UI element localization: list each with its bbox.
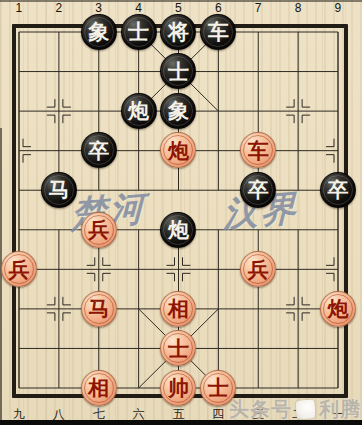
piece-black-general[interactable]: 将 [160, 14, 196, 50]
board-cell[interactable] [278, 328, 318, 368]
piece-glyph: 士 [168, 338, 189, 359]
watermark-prefix: 头条号 [229, 396, 292, 423]
piece-glyph: 卒 [88, 140, 109, 161]
board-cell[interactable] [198, 52, 238, 92]
piece-red-elephant[interactable]: 相 [81, 370, 117, 406]
piece-black-elephant[interactable]: 象 [160, 93, 196, 129]
board-cell[interactable] [278, 12, 318, 52]
board-cell[interactable] [318, 91, 358, 131]
piece-red-general[interactable]: 帅 [160, 370, 196, 406]
board-cell[interactable]: 士 [159, 52, 199, 92]
board-cell[interactable] [0, 91, 39, 131]
board-cell[interactable] [79, 91, 119, 131]
piece-red-soldier[interactable]: 兵 [1, 251, 37, 287]
board-cell[interactable] [318, 249, 358, 289]
board-cell[interactable] [39, 131, 79, 171]
piece-glyph: 相 [88, 377, 109, 398]
board-cell[interactable] [0, 131, 39, 171]
watermark-suffix: 利腾 [319, 396, 361, 423]
piece-red-horse[interactable]: 马 [81, 291, 117, 327]
piece-black-chariot[interactable]: 车 [200, 14, 236, 50]
board-cell[interactable] [198, 328, 238, 368]
piece-black-soldier[interactable]: 卒 [320, 172, 356, 208]
board-cell[interactable] [0, 170, 39, 210]
board-cell[interactable] [39, 328, 79, 368]
board-cell[interactable] [238, 12, 278, 52]
board-cell[interactable] [79, 328, 119, 368]
piece-red-chariot[interactable]: 车 [240, 132, 276, 168]
watermark-logo-icon [295, 399, 315, 419]
board-cell[interactable] [0, 289, 39, 329]
board-cell[interactable]: 象 [159, 91, 199, 131]
board-cell[interactable]: 车 [198, 12, 238, 52]
board-cell[interactable]: 车 [238, 131, 278, 171]
board-cell[interactable] [278, 91, 318, 131]
board-cell[interactable] [119, 249, 159, 289]
board-cell[interactable] [278, 210, 318, 250]
piece-glyph: 兵 [8, 259, 29, 280]
board-cell[interactable] [198, 131, 238, 171]
board-cell[interactable] [79, 249, 119, 289]
board-cell[interactable]: 象 [79, 12, 119, 52]
board-cell[interactable] [238, 210, 278, 250]
board-cell[interactable] [198, 170, 238, 210]
piece-red-soldier[interactable]: 兵 [240, 251, 276, 287]
board-cell[interactable]: 士 [119, 12, 159, 52]
board-cell[interactable] [198, 289, 238, 329]
board-cell[interactable] [318, 52, 358, 92]
piece-red-advisor[interactable]: 士 [160, 330, 196, 366]
piece-glyph: 相 [168, 298, 189, 319]
board-cell[interactable] [159, 249, 199, 289]
piece-red-cannon[interactable]: 炮 [320, 291, 356, 327]
board-cell[interactable] [318, 328, 358, 368]
piece-glyph: 车 [248, 140, 269, 161]
piece-black-soldier[interactable]: 卒 [81, 132, 117, 168]
board-cell[interactable] [0, 210, 39, 250]
board-cell[interactable] [278, 52, 318, 92]
piece-glyph: 马 [48, 179, 69, 200]
board-cell[interactable] [0, 328, 39, 368]
piece-glyph: 卒 [327, 179, 348, 200]
board-cell[interactable]: 兵 [0, 249, 39, 289]
piece-black-soldier[interactable]: 卒 [240, 172, 276, 208]
board-cell[interactable] [278, 289, 318, 329]
piece-black-advisor[interactable]: 士 [160, 53, 196, 89]
board-cell[interactable] [318, 210, 358, 250]
piece-glyph: 象 [168, 100, 189, 121]
board-cell[interactable]: 相 [159, 289, 199, 329]
board-cell[interactable] [238, 289, 278, 329]
board-cell[interactable] [119, 210, 159, 250]
board-cell[interactable]: 卒 [318, 170, 358, 210]
board-cell[interactable] [238, 328, 278, 368]
piece-black-cannon[interactable]: 炮 [160, 212, 196, 248]
piece-black-elephant[interactable]: 象 [81, 14, 117, 50]
piece-glyph: 士 [168, 61, 189, 82]
board-cell[interactable] [198, 249, 238, 289]
piece-glyph: 帅 [168, 377, 189, 398]
board-cell[interactable] [0, 368, 39, 408]
board-cell[interactable]: 相 [79, 368, 119, 408]
xiangqi-board-screenshot: 123456789 楚河 汉界 象士将车士炮象卒炮车马卒卒兵炮兵兵马相炮士相帅士… [0, 0, 362, 425]
board-cell[interactable] [278, 170, 318, 210]
board-cell[interactable] [39, 91, 79, 131]
piece-glyph: 炮 [128, 100, 149, 121]
piece-glyph: 兵 [248, 259, 269, 280]
board-cell[interactable] [39, 52, 79, 92]
board-cell[interactable]: 炮 [159, 131, 199, 171]
board-cell[interactable] [238, 91, 278, 131]
piece-black-cannon[interactable]: 炮 [121, 93, 157, 129]
piece-glyph: 士 [208, 377, 229, 398]
board-cell[interactable] [39, 249, 79, 289]
board-cell[interactable] [198, 91, 238, 131]
piece-red-cannon[interactable]: 炮 [160, 132, 196, 168]
board-cell[interactable] [318, 131, 358, 171]
board-cell[interactable]: 帅 [159, 368, 199, 408]
board-cell[interactable] [198, 210, 238, 250]
piece-glyph: 炮 [327, 298, 348, 319]
board-cell[interactable] [0, 52, 39, 92]
board-cell[interactable]: 卒 [79, 131, 119, 171]
board-cell[interactable]: 炮 [119, 91, 159, 131]
piece-glyph: 马 [88, 298, 109, 319]
board-cell[interactable] [119, 170, 159, 210]
board-cell[interactable] [39, 210, 79, 250]
piece-red-soldier[interactable]: 兵 [81, 212, 117, 248]
piece-glyph: 士 [128, 21, 149, 42]
board-cell[interactable] [318, 12, 358, 52]
board-cell[interactable] [278, 131, 318, 171]
board-cell[interactable]: 兵 [79, 210, 119, 250]
board-cell[interactable] [238, 52, 278, 92]
piece-black-advisor[interactable]: 士 [121, 14, 157, 50]
board-cell[interactable] [0, 12, 39, 52]
board-cell[interactable]: 兵 [238, 249, 278, 289]
board-cell[interactable] [39, 289, 79, 329]
piece-glyph: 卒 [248, 179, 269, 200]
board-grid: 象士将车士炮象卒炮车马卒卒兵炮兵兵马相炮士相帅士 [0, 12, 358, 407]
board-cell[interactable] [119, 289, 159, 329]
board-cell[interactable]: 马 [79, 289, 119, 329]
board-cell[interactable]: 马 [39, 170, 79, 210]
piece-glyph: 兵 [88, 219, 109, 240]
board-cell[interactable]: 炮 [159, 210, 199, 250]
board-cell[interactable]: 士 [159, 328, 199, 368]
board-cell[interactable] [79, 52, 119, 92]
board-cell[interactable] [119, 52, 159, 92]
piece-black-horse[interactable]: 马 [41, 172, 77, 208]
piece-glyph: 炮 [168, 140, 189, 161]
board-cell[interactable] [119, 131, 159, 171]
board-cell[interactable] [159, 170, 199, 210]
board-cell[interactable] [278, 249, 318, 289]
board-cell[interactable] [79, 170, 119, 210]
board-cell[interactable] [39, 12, 79, 52]
piece-glyph: 象 [88, 21, 109, 42]
piece-glyph: 车 [208, 21, 229, 42]
board-cell[interactable]: 炮 [318, 289, 358, 329]
watermark: 头条号 利腾 [229, 397, 361, 421]
board-cell[interactable]: 卒 [238, 170, 278, 210]
board-cell[interactable] [119, 328, 159, 368]
piece-red-elephant[interactable]: 相 [160, 291, 196, 327]
board-cell[interactable]: 将 [159, 12, 199, 52]
board-cell[interactable] [119, 368, 159, 408]
board-cell[interactable] [39, 368, 79, 408]
piece-glyph: 炮 [168, 219, 189, 240]
piece-glyph: 将 [168, 21, 189, 42]
